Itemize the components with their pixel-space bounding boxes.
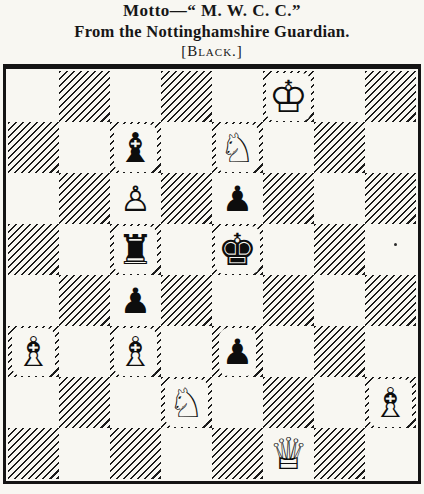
square-e8 bbox=[212, 71, 263, 122]
square-d1 bbox=[161, 428, 212, 479]
square-g5 bbox=[314, 224, 365, 275]
square-h3 bbox=[365, 326, 416, 377]
square-b3 bbox=[59, 326, 110, 377]
square-c7: ♝ bbox=[110, 122, 161, 173]
square-g6 bbox=[314, 173, 365, 224]
square-a3: ♗ bbox=[8, 326, 59, 377]
square-d3 bbox=[161, 326, 212, 377]
square-e6: ♟ bbox=[212, 173, 263, 224]
square-e7: ♘ bbox=[212, 122, 263, 173]
square-h4 bbox=[365, 275, 416, 326]
square-d6 bbox=[161, 173, 212, 224]
square-g1 bbox=[314, 428, 365, 479]
source-line: From the Nottinghamshire Guardian. bbox=[0, 21, 424, 42]
square-e5: ♚ bbox=[212, 224, 263, 275]
square-g3 bbox=[314, 326, 365, 377]
square-c4: ♟ bbox=[110, 275, 161, 326]
square-h2: ♗ bbox=[365, 377, 416, 428]
piece-black-pawn-c4: ♟ bbox=[120, 277, 151, 325]
header: Motto—“ M. W. C. C.” From the Nottingham… bbox=[0, 0, 424, 61]
motto-line: Motto—“ M. W. C. C.” bbox=[0, 1, 424, 21]
square-f7 bbox=[263, 122, 314, 173]
square-g7 bbox=[314, 122, 365, 173]
square-d8 bbox=[161, 71, 212, 122]
piece-black-pawn-e3: ♟ bbox=[219, 328, 256, 376]
square-f6 bbox=[263, 173, 314, 224]
square-g2 bbox=[314, 377, 365, 428]
piece-black-king-e5: ♚ bbox=[215, 226, 260, 274]
piece-white-bishop-a3: ♗ bbox=[12, 328, 55, 376]
square-g8 bbox=[314, 71, 365, 122]
square-d5 bbox=[161, 224, 212, 275]
square-b5 bbox=[59, 224, 110, 275]
square-f2 bbox=[263, 377, 314, 428]
square-c6: ♙ bbox=[110, 173, 161, 224]
square-d7 bbox=[161, 122, 212, 173]
square-a8 bbox=[8, 71, 59, 122]
square-d2: ♘ bbox=[161, 377, 212, 428]
square-h8 bbox=[365, 71, 416, 122]
square-f5 bbox=[263, 224, 314, 275]
square-f8: ♔ bbox=[263, 71, 314, 122]
piece-white-bishop-c3: ♗ bbox=[114, 328, 157, 376]
board-frame: ♔♝♘♙♟♜♚♟♗♗♟♘♗♕ bbox=[3, 64, 421, 484]
square-c3: ♗ bbox=[110, 326, 161, 377]
square-e1 bbox=[212, 428, 263, 479]
newspaper-chess-diagram: Motto—“ M. W. C. C.” From the Nottingham… bbox=[0, 0, 424, 494]
piece-black-rook-c5: ♜ bbox=[114, 226, 157, 274]
square-b1 bbox=[59, 428, 110, 479]
square-a4 bbox=[8, 275, 59, 326]
square-b4 bbox=[59, 275, 110, 326]
square-b2 bbox=[59, 377, 110, 428]
black-side-label: [Black.] bbox=[0, 42, 424, 61]
square-a7 bbox=[8, 122, 59, 173]
square-h1 bbox=[365, 428, 416, 479]
square-b7 bbox=[59, 122, 110, 173]
piece-black-bishop-c7: ♝ bbox=[114, 124, 157, 172]
square-e3: ♟ bbox=[212, 326, 263, 377]
piece-white-knight-e7: ♘ bbox=[216, 124, 259, 172]
piece-white-bishop-h2: ♗ bbox=[369, 379, 412, 427]
piece-black-pawn-e6: ♟ bbox=[222, 175, 253, 223]
square-d4 bbox=[161, 275, 212, 326]
square-c5: ♜ bbox=[110, 224, 161, 275]
square-b8 bbox=[59, 71, 110, 122]
square-h7 bbox=[365, 122, 416, 173]
square-c1 bbox=[110, 428, 161, 479]
square-b6 bbox=[59, 173, 110, 224]
piece-white-knight-d2: ♘ bbox=[165, 379, 208, 427]
square-a2 bbox=[8, 377, 59, 428]
square-f3 bbox=[263, 326, 314, 377]
square-h6 bbox=[365, 173, 416, 224]
piece-white-pawn-c6: ♙ bbox=[120, 175, 151, 223]
square-c2 bbox=[110, 377, 161, 428]
square-h5 bbox=[365, 224, 416, 275]
print-speck bbox=[394, 243, 397, 246]
square-f1: ♕ bbox=[263, 428, 314, 479]
square-e2 bbox=[212, 377, 263, 428]
piece-white-queen-f1: ♕ bbox=[269, 430, 308, 478]
chess-board: ♔♝♘♙♟♜♚♟♗♗♟♘♗♕ bbox=[8, 71, 416, 479]
square-a1 bbox=[8, 428, 59, 479]
square-g4 bbox=[314, 275, 365, 326]
piece-white-king-f8: ♔ bbox=[266, 73, 311, 121]
square-f4 bbox=[263, 275, 314, 326]
square-c8 bbox=[110, 71, 161, 122]
square-a6 bbox=[8, 173, 59, 224]
square-e4 bbox=[212, 275, 263, 326]
square-a5 bbox=[8, 224, 59, 275]
